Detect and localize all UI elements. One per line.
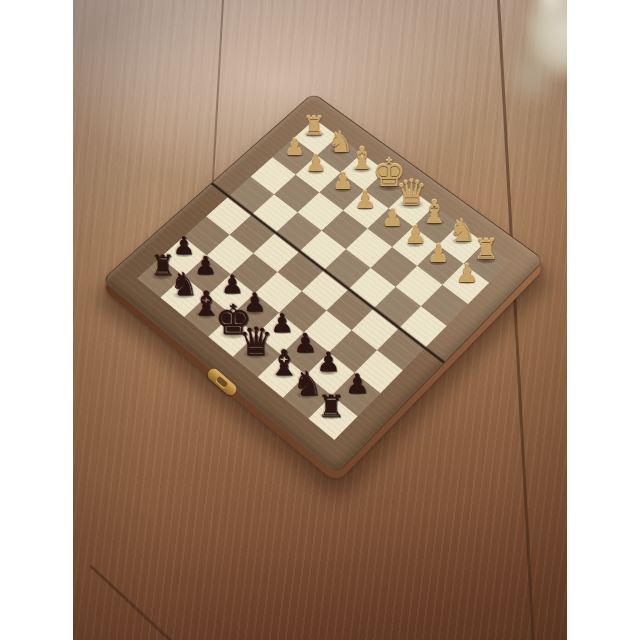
piece-white-pawn-b2[interactable]: ♟	[427, 242, 449, 267]
piece-white-pawn-h2[interactable]: ♟	[284, 135, 305, 158]
plank-seam-corner	[89, 565, 171, 640]
piece-white-pawn-g2[interactable]: ♟	[306, 152, 327, 175]
piece-black-pawn-f7[interactable]: ♟	[221, 271, 244, 296]
piece-black-rook-a8[interactable]: ♜	[317, 390, 345, 421]
wood-table: ♜♞♝♚♛♝♞♜♟♟♟♟♟♟♟♟♟♟♟♟♟♟♟♟♜♞♝♚♛♝♞♜	[73, 0, 567, 640]
piece-white-rook-h1[interactable]: ♜	[302, 113, 325, 139]
piece-white-pawn-d2[interactable]: ♟	[381, 206, 403, 230]
piece-white-pawn-c2[interactable]: ♟	[404, 224, 426, 249]
piece-white-pawn-f2[interactable]: ♟	[332, 170, 353, 194]
piece-black-pawn-h7[interactable]: ♟	[173, 234, 195, 259]
photo-frame: Overhead angled photograph of a small wo…	[0, 0, 640, 640]
dried-plant	[491, 0, 567, 142]
piece-white-pawn-e2[interactable]: ♟	[354, 188, 376, 212]
piece-white-knight-b1[interactable]: ♞	[449, 216, 476, 247]
piece-white-pawn-a2[interactable]: ♟	[455, 261, 478, 286]
piece-black-pawn-a7[interactable]: ♟	[345, 370, 369, 397]
piece-black-pawn-d7[interactable]: ♟	[270, 310, 293, 336]
